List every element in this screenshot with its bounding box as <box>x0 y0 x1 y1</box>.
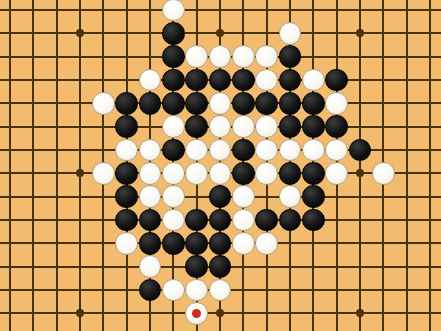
black-stone <box>209 185 232 208</box>
white-stone <box>279 139 302 162</box>
white-stone <box>302 69 325 92</box>
black-stone <box>349 139 372 162</box>
star-point <box>348 302 371 325</box>
board-point <box>138 138 161 161</box>
white-stone <box>372 162 395 185</box>
black-stone <box>115 115 138 138</box>
board-point <box>278 115 301 138</box>
board-point <box>325 138 348 161</box>
goban-grid <box>0 0 441 325</box>
white-stone <box>255 232 278 255</box>
black-stone <box>302 115 325 138</box>
board-point <box>208 278 231 301</box>
board-point <box>325 162 348 185</box>
board-point <box>115 138 138 161</box>
black-stone <box>162 232 185 255</box>
board-point <box>185 115 208 138</box>
board-point <box>255 68 278 91</box>
board-point <box>115 208 138 231</box>
white-stone <box>209 92 232 115</box>
black-stone <box>209 232 232 255</box>
white-stone <box>162 115 185 138</box>
board-point <box>278 162 301 185</box>
board-point <box>115 115 138 138</box>
board-point <box>162 45 185 68</box>
star-point-dot <box>216 309 224 317</box>
board-point <box>208 68 231 91</box>
star-point <box>68 302 91 325</box>
white-stone <box>115 139 138 162</box>
black-stone <box>209 255 232 278</box>
board-point <box>162 208 185 231</box>
white-stone <box>279 185 302 208</box>
board-point <box>348 138 371 161</box>
black-stone <box>185 115 208 138</box>
black-stone <box>279 69 302 92</box>
board-point <box>302 162 325 185</box>
board-point <box>185 45 208 68</box>
board-point <box>232 68 255 91</box>
board-point <box>278 22 301 45</box>
black-stone <box>209 209 232 232</box>
board-point <box>115 232 138 255</box>
board-point <box>138 68 161 91</box>
black-stone <box>139 209 162 232</box>
white-stone <box>209 139 232 162</box>
black-stone <box>279 162 302 185</box>
board-point <box>325 68 348 91</box>
white-stone <box>255 69 278 92</box>
white-stone <box>325 92 348 115</box>
board-point <box>232 45 255 68</box>
board-point <box>232 162 255 185</box>
white-stone <box>162 209 185 232</box>
black-stone <box>115 162 138 185</box>
board-point <box>185 68 208 91</box>
board-point <box>255 208 278 231</box>
white-stone <box>255 162 278 185</box>
black-stone <box>325 69 348 92</box>
board-point <box>185 138 208 161</box>
board-point <box>255 45 278 68</box>
board-point <box>92 162 115 185</box>
board-point <box>325 115 348 138</box>
board-point <box>278 68 301 91</box>
black-stone <box>279 209 302 232</box>
white-stone <box>92 162 115 185</box>
board-point <box>162 162 185 185</box>
board-point <box>138 278 161 301</box>
board-point <box>255 115 278 138</box>
board-point <box>302 92 325 115</box>
board-point <box>208 185 231 208</box>
black-stone <box>115 209 138 232</box>
board-point <box>232 208 255 231</box>
board-point <box>138 208 161 231</box>
board-point <box>92 92 115 115</box>
white-stone <box>115 232 138 255</box>
white-stone <box>209 115 232 138</box>
white-stone <box>232 185 255 208</box>
star-point-dot <box>76 309 84 317</box>
board-point <box>138 232 161 255</box>
black-stone <box>232 162 255 185</box>
black-stone <box>115 92 138 115</box>
white-stone <box>255 139 278 162</box>
board-point <box>162 278 185 301</box>
star-point <box>348 162 371 185</box>
black-stone <box>185 209 208 232</box>
board-point <box>255 92 278 115</box>
black-stone <box>255 209 278 232</box>
board-point <box>185 278 208 301</box>
star-point-dot <box>356 169 364 177</box>
board-point <box>278 92 301 115</box>
black-stone <box>279 92 302 115</box>
star-point <box>68 162 91 185</box>
white-stone <box>209 279 232 302</box>
board-point <box>302 185 325 208</box>
star-point <box>208 302 231 325</box>
board-point <box>115 162 138 185</box>
black-stone <box>232 139 255 162</box>
board-point <box>138 162 161 185</box>
white-stone <box>302 139 325 162</box>
white-stone <box>162 279 185 302</box>
black-stone <box>209 69 232 92</box>
star-point-dot <box>76 29 84 37</box>
star-point <box>348 22 371 45</box>
white-stone <box>139 139 162 162</box>
white-stone <box>139 69 162 92</box>
star-point-dot <box>76 169 84 177</box>
black-stone <box>302 185 325 208</box>
board-point <box>208 232 231 255</box>
black-stone <box>279 115 302 138</box>
star-point-dot <box>356 29 364 37</box>
black-stone <box>185 92 208 115</box>
board-point <box>302 68 325 91</box>
board-point <box>138 185 161 208</box>
white-stone <box>139 255 162 278</box>
board-point <box>138 92 161 115</box>
white-stone <box>232 45 255 68</box>
black-stone <box>302 209 325 232</box>
board-point <box>208 162 231 185</box>
black-stone <box>162 92 185 115</box>
black-stone <box>185 232 208 255</box>
white-stone <box>255 45 278 68</box>
black-stone <box>302 92 325 115</box>
white-stone <box>185 45 208 68</box>
board-point <box>208 115 231 138</box>
star-point-dot <box>216 29 224 37</box>
white-stone <box>185 162 208 185</box>
white-stone <box>162 0 185 21</box>
board-point <box>255 162 278 185</box>
star-point <box>68 22 91 45</box>
board-point <box>162 115 185 138</box>
board-point <box>162 68 185 91</box>
black-stone <box>162 139 185 162</box>
white-stone <box>232 232 255 255</box>
board-point <box>232 138 255 161</box>
board-point <box>185 232 208 255</box>
board-point <box>255 138 278 161</box>
board-point <box>278 138 301 161</box>
black-stone <box>279 45 302 68</box>
board-point <box>208 92 231 115</box>
board-point <box>325 92 348 115</box>
board-point <box>162 92 185 115</box>
board-point <box>185 162 208 185</box>
white-stone <box>162 185 185 208</box>
black-stone <box>139 92 162 115</box>
go-board[interactable] <box>0 0 441 331</box>
board-point <box>115 185 138 208</box>
board-point <box>138 255 161 278</box>
board-point <box>162 232 185 255</box>
black-stone <box>139 232 162 255</box>
white-stone <box>279 22 302 45</box>
board-point <box>208 208 231 231</box>
white-stone <box>232 115 255 138</box>
board-point <box>302 138 325 161</box>
board-point <box>278 45 301 68</box>
board-point <box>185 255 208 278</box>
board-point <box>185 302 208 325</box>
board-point <box>208 138 231 161</box>
board-point <box>162 22 185 45</box>
board-point <box>232 115 255 138</box>
black-stone <box>302 162 325 185</box>
board-point <box>278 208 301 231</box>
board-point <box>115 92 138 115</box>
board-point <box>232 185 255 208</box>
board-point <box>162 138 185 161</box>
board-point <box>162 0 185 22</box>
black-stone <box>162 69 185 92</box>
black-stone <box>232 69 255 92</box>
black-stone <box>325 115 348 138</box>
board-point <box>255 232 278 255</box>
white-stone <box>185 279 208 302</box>
board-point <box>208 255 231 278</box>
white-stone <box>232 209 255 232</box>
white-stone <box>325 162 348 185</box>
white-stone <box>139 162 162 185</box>
board-point <box>372 162 395 185</box>
white-stone-last-move <box>185 302 208 325</box>
white-stone <box>209 162 232 185</box>
black-stone <box>232 92 255 115</box>
white-stone <box>185 139 208 162</box>
board-point <box>208 45 231 68</box>
board-point <box>162 185 185 208</box>
black-stone <box>139 279 162 302</box>
black-stone <box>185 69 208 92</box>
black-stone <box>185 255 208 278</box>
black-stone <box>162 45 185 68</box>
last-move-marker-icon <box>192 309 201 318</box>
board-point <box>232 232 255 255</box>
black-stone <box>255 92 278 115</box>
white-stone <box>162 162 185 185</box>
board-point <box>302 208 325 231</box>
board-point <box>185 208 208 231</box>
board-point <box>232 92 255 115</box>
star-point <box>208 22 231 45</box>
white-stone <box>92 92 115 115</box>
board-point <box>185 92 208 115</box>
white-stone <box>209 45 232 68</box>
board-point <box>302 115 325 138</box>
white-stone <box>139 185 162 208</box>
black-stone <box>115 185 138 208</box>
black-stone <box>162 22 185 45</box>
board-point <box>278 185 301 208</box>
white-stone <box>325 139 348 162</box>
star-point-dot <box>356 309 364 317</box>
white-stone <box>255 115 278 138</box>
